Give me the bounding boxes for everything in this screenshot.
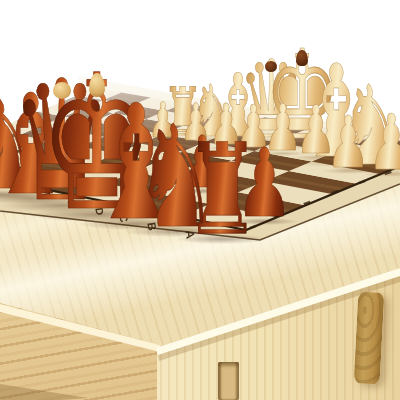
piece-a8-dark-rook: ♜ <box>168 144 276 242</box>
chess-table-photo: ABCDEFGH ♞♝♛♚♝♞♜♟♟♜♞♝♛♚♝♞♟♟♟♟♟♟♟♟ <box>0 0 400 400</box>
rook-glyph: ♜ <box>184 139 260 242</box>
pawn-glyph: ♟ <box>368 112 400 175</box>
pieces-layer: ♞♝♛♚♝♞♜♟♟♜♞♝♛♚♝♞♟♟♟♟♟♟♟♟ <box>0 0 400 400</box>
piece-a2-light-pawn: ♟ <box>358 115 400 175</box>
